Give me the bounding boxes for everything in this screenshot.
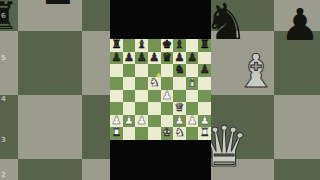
- black-piece-r[interactable]: ♜: [111, 39, 121, 51]
- black-piece-p[interactable]: ♟: [124, 52, 134, 64]
- square[interactable]: [135, 127, 148, 140]
- square[interactable]: ♝: [186, 77, 199, 90]
- black-piece-p[interactable]: ♟: [111, 52, 121, 64]
- black-piece-b[interactable]: ♝: [136, 39, 146, 51]
- square[interactable]: ♜: [198, 39, 211, 52]
- square[interactable]: ♟: [148, 52, 161, 65]
- square[interactable]: ♚: [161, 127, 174, 140]
- square[interactable]: ♜: [198, 127, 211, 140]
- white-piece-p[interactable]: ♟: [162, 90, 172, 102]
- chess-board[interactable]: ♜♝♚♝♜♟♟♟♟♛♟♟♞♟♞♝♟♛♟♟♟♟♟♟♜♚♞♜: [110, 39, 211, 140]
- square[interactable]: [110, 90, 123, 103]
- background-square: [18, 31, 82, 95]
- white-piece-k[interactable]: ♚: [162, 127, 172, 139]
- square[interactable]: ♟: [135, 52, 148, 65]
- square[interactable]: [110, 64, 123, 77]
- square[interactable]: [123, 64, 136, 77]
- black-piece-n[interactable]: ♞: [174, 64, 184, 76]
- video-frame: ♞♟♝♛♟♜65432 ♜♝♚♝♜♟♟♟♟♛♟♟♞♟♞♝♟♛♟♟♟♟♟♟♜♚♞♜…: [0, 0, 320, 180]
- background-square: [18, 159, 82, 180]
- white-piece-b[interactable]: ♝: [187, 77, 197, 89]
- square[interactable]: [135, 77, 148, 90]
- square[interactable]: [123, 127, 136, 140]
- background-rank-label: 5: [1, 55, 6, 62]
- white-piece-p[interactable]: ♟: [124, 115, 134, 127]
- square[interactable]: ♛: [161, 52, 174, 65]
- square[interactable]: ♟: [198, 64, 211, 77]
- background-white-piece-b: ♝: [235, 48, 276, 94]
- square[interactable]: [198, 77, 211, 90]
- square[interactable]: [110, 77, 123, 90]
- white-piece-r[interactable]: ♜: [200, 127, 210, 139]
- square[interactable]: [198, 90, 211, 103]
- sparkle-icon: ✦: [155, 72, 163, 81]
- square[interactable]: ♟: [186, 115, 199, 128]
- square[interactable]: [135, 64, 148, 77]
- square[interactable]: [186, 90, 199, 103]
- square[interactable]: [148, 90, 161, 103]
- background-black-piece-p: ♟: [280, 3, 319, 47]
- square[interactable]: ♟: [135, 115, 148, 128]
- black-piece-p[interactable]: ♟: [149, 52, 159, 64]
- background-black-piece-p: ♟: [40, 0, 76, 10]
- square[interactable]: [186, 127, 199, 140]
- square[interactable]: [135, 90, 148, 103]
- white-piece-p[interactable]: ♟: [136, 115, 146, 127]
- background-square: [0, 31, 18, 95]
- square[interactable]: ♟: [123, 115, 136, 128]
- background-square: [0, 95, 18, 159]
- square[interactable]: [148, 102, 161, 115]
- black-piece-p[interactable]: ♟: [200, 64, 210, 76]
- square[interactable]: ♞: [173, 127, 186, 140]
- background-square: [18, 95, 82, 159]
- background-square: [274, 159, 320, 180]
- square[interactable]: [123, 77, 136, 90]
- square[interactable]: ♟: [110, 52, 123, 65]
- black-piece-r[interactable]: ♜: [200, 39, 210, 51]
- square[interactable]: [173, 77, 186, 90]
- square[interactable]: ♞: [173, 64, 186, 77]
- black-piece-q[interactable]: ♛: [162, 52, 172, 64]
- square[interactable]: ♟: [123, 52, 136, 65]
- square[interactable]: ♟: [161, 90, 174, 103]
- background-rank-label: 2: [1, 172, 6, 179]
- white-piece-n[interactable]: ♞: [174, 127, 184, 139]
- square[interactable]: ♟: [186, 52, 199, 65]
- background-rank-label: 6: [1, 13, 6, 20]
- black-piece-p[interactable]: ♟: [136, 52, 146, 64]
- background-rank-label: 3: [1, 137, 6, 144]
- background-rank-label: 4: [1, 96, 6, 103]
- white-piece-q[interactable]: ♛: [174, 102, 184, 114]
- black-piece-k[interactable]: ♚: [162, 39, 172, 51]
- square[interactable]: [148, 127, 161, 140]
- black-piece-p[interactable]: ♟: [187, 52, 197, 64]
- background-square: [274, 95, 320, 159]
- white-piece-p[interactable]: ♟: [187, 115, 197, 127]
- square[interactable]: ♜: [110, 127, 123, 140]
- video-column: ♜♝♚♝♜♟♟♟♟♛♟♟♞♟♞♝♟♛♟♟♟♟♟♟♜♚♞♜ ✦: [110, 0, 211, 180]
- square[interactable]: [123, 90, 136, 103]
- white-piece-r[interactable]: ♜: [111, 127, 121, 139]
- square[interactable]: [148, 115, 161, 128]
- square[interactable]: [161, 102, 174, 115]
- black-piece-b[interactable]: ♝: [174, 39, 184, 51]
